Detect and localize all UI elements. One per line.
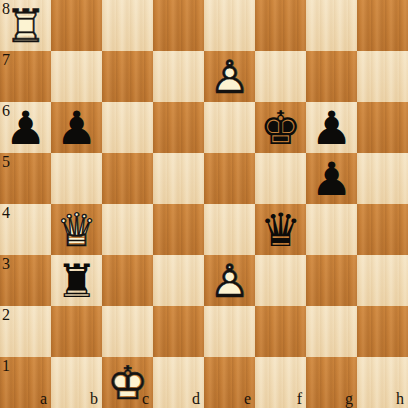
square-d7[interactable] <box>153 51 204 102</box>
square-e7[interactable]: ♟♙ <box>204 51 255 102</box>
black-pawn-glyph: ♟ <box>306 102 357 153</box>
rank-label-1: 1 <box>2 358 10 374</box>
square-a6[interactable]: 6♟ <box>0 102 51 153</box>
rank-label-8: 8 <box>2 1 10 17</box>
black-pawn-glyph: ♟ <box>306 153 357 204</box>
square-d6[interactable] <box>153 102 204 153</box>
black-king-glyph: ♚ <box>255 102 306 153</box>
square-g1[interactable]: g <box>306 357 357 408</box>
black-pawn[interactable]: ♟ <box>306 153 357 204</box>
chess-board: 8♜♖7♟♙6♟♟♚♟5♟4♛♕♛3♜♟♙21abc♚♔defgh <box>0 0 408 408</box>
square-b4[interactable]: ♛♕ <box>51 204 102 255</box>
square-f6[interactable]: ♚ <box>255 102 306 153</box>
black-queen[interactable]: ♛ <box>255 204 306 255</box>
square-f8[interactable] <box>255 0 306 51</box>
square-c6[interactable] <box>102 102 153 153</box>
square-g6[interactable]: ♟ <box>306 102 357 153</box>
black-queen-glyph: ♛ <box>255 204 306 255</box>
square-b2[interactable] <box>51 306 102 357</box>
rank-label-6: 6 <box>2 103 10 119</box>
rank-label-7: 7 <box>2 52 10 68</box>
square-d2[interactable] <box>153 306 204 357</box>
black-rook[interactable]: ♜ <box>51 255 102 306</box>
black-king[interactable]: ♚ <box>255 102 306 153</box>
white-pawn[interactable]: ♟♙ <box>204 255 255 306</box>
chess-board-wrap: 8♜♖7♟♙6♟♟♚♟5♟4♛♕♛3♜♟♙21abc♚♔defgh <box>0 0 408 408</box>
square-f5[interactable] <box>255 153 306 204</box>
square-h2[interactable] <box>357 306 408 357</box>
square-a2[interactable]: 2 <box>0 306 51 357</box>
square-f3[interactable] <box>255 255 306 306</box>
square-h1[interactable]: h <box>357 357 408 408</box>
square-g7[interactable] <box>306 51 357 102</box>
square-h7[interactable] <box>357 51 408 102</box>
square-c7[interactable] <box>102 51 153 102</box>
white-queen-outline: ♕ <box>51 204 102 255</box>
square-h6[interactable] <box>357 102 408 153</box>
square-f7[interactable] <box>255 51 306 102</box>
square-g8[interactable] <box>306 0 357 51</box>
square-d8[interactable] <box>153 0 204 51</box>
square-a1[interactable]: 1a <box>0 357 51 408</box>
square-f4[interactable]: ♛ <box>255 204 306 255</box>
square-g4[interactable] <box>306 204 357 255</box>
square-b1[interactable]: b <box>51 357 102 408</box>
square-c1[interactable]: c♚♔ <box>102 357 153 408</box>
rank-label-3: 3 <box>2 256 10 272</box>
file-label-f: f <box>297 391 302 407</box>
square-c2[interactable] <box>102 306 153 357</box>
file-label-b: b <box>90 391 98 407</box>
square-a5[interactable]: 5 <box>0 153 51 204</box>
file-label-a: a <box>40 391 47 407</box>
square-g2[interactable] <box>306 306 357 357</box>
square-e8[interactable] <box>204 0 255 51</box>
file-label-d: d <box>192 391 200 407</box>
square-e4[interactable] <box>204 204 255 255</box>
square-a8[interactable]: 8♜♖ <box>0 0 51 51</box>
square-g3[interactable] <box>306 255 357 306</box>
white-pawn-outline: ♙ <box>204 51 255 102</box>
square-e3[interactable]: ♟♙ <box>204 255 255 306</box>
square-b7[interactable] <box>51 51 102 102</box>
square-c5[interactable] <box>102 153 153 204</box>
file-label-c: c <box>142 391 149 407</box>
square-b8[interactable] <box>51 0 102 51</box>
white-queen[interactable]: ♛♕ <box>51 204 102 255</box>
square-d5[interactable] <box>153 153 204 204</box>
square-e5[interactable] <box>204 153 255 204</box>
square-f2[interactable] <box>255 306 306 357</box>
black-rook-glyph: ♜ <box>51 255 102 306</box>
square-e1[interactable]: e <box>204 357 255 408</box>
square-d1[interactable]: d <box>153 357 204 408</box>
square-a7[interactable]: 7 <box>0 51 51 102</box>
square-h4[interactable] <box>357 204 408 255</box>
square-c8[interactable] <box>102 0 153 51</box>
square-e6[interactable] <box>204 102 255 153</box>
square-f1[interactable]: f <box>255 357 306 408</box>
square-a3[interactable]: 3 <box>0 255 51 306</box>
square-c4[interactable] <box>102 204 153 255</box>
square-b3[interactable]: ♜ <box>51 255 102 306</box>
rank-label-2: 2 <box>2 307 10 323</box>
file-label-e: e <box>244 391 251 407</box>
square-b5[interactable] <box>51 153 102 204</box>
white-pawn-outline: ♙ <box>204 255 255 306</box>
black-pawn-glyph: ♟ <box>51 102 102 153</box>
black-pawn[interactable]: ♟ <box>306 102 357 153</box>
square-d3[interactable] <box>153 255 204 306</box>
square-h3[interactable] <box>357 255 408 306</box>
square-h8[interactable] <box>357 0 408 51</box>
file-label-h: h <box>396 391 404 407</box>
white-pawn[interactable]: ♟♙ <box>204 51 255 102</box>
square-h5[interactable] <box>357 153 408 204</box>
square-e2[interactable] <box>204 306 255 357</box>
square-d4[interactable] <box>153 204 204 255</box>
black-pawn[interactable]: ♟ <box>51 102 102 153</box>
square-b6[interactable]: ♟ <box>51 102 102 153</box>
file-label-g: g <box>345 391 353 407</box>
rank-label-4: 4 <box>2 205 10 221</box>
rank-label-5: 5 <box>2 154 10 170</box>
square-g5[interactable]: ♟ <box>306 153 357 204</box>
square-c3[interactable] <box>102 255 153 306</box>
square-a4[interactable]: 4 <box>0 204 51 255</box>
